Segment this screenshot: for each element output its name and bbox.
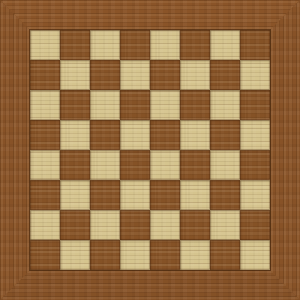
board-grid (30, 30, 270, 270)
square-a2[interactable] (30, 210, 60, 240)
square-e3[interactable] (150, 180, 180, 210)
square-a7[interactable] (30, 60, 60, 90)
chessboard (0, 0, 300, 300)
square-g4[interactable] (210, 150, 240, 180)
square-b2[interactable] (60, 210, 90, 240)
square-h5[interactable] (240, 120, 270, 150)
square-e6[interactable] (150, 90, 180, 120)
square-f8[interactable] (180, 30, 210, 60)
square-h1[interactable] (240, 240, 270, 270)
square-c8[interactable] (90, 30, 120, 60)
square-b8[interactable] (60, 30, 90, 60)
square-g2[interactable] (210, 210, 240, 240)
square-g8[interactable] (210, 30, 240, 60)
square-g7[interactable] (210, 60, 240, 90)
square-f2[interactable] (180, 210, 210, 240)
square-d6[interactable] (120, 90, 150, 120)
square-h3[interactable] (240, 180, 270, 210)
square-e8[interactable] (150, 30, 180, 60)
square-h4[interactable] (240, 150, 270, 180)
board-frame-bottom (0, 270, 300, 300)
square-g5[interactable] (210, 120, 240, 150)
square-e2[interactable] (150, 210, 180, 240)
square-d5[interactable] (120, 120, 150, 150)
square-f3[interactable] (180, 180, 210, 210)
square-h8[interactable] (240, 30, 270, 60)
board-frame-top (0, 0, 300, 30)
square-d2[interactable] (120, 210, 150, 240)
square-c6[interactable] (90, 90, 120, 120)
square-c7[interactable] (90, 60, 120, 90)
square-d1[interactable] (120, 240, 150, 270)
square-a4[interactable] (30, 150, 60, 180)
square-a3[interactable] (30, 180, 60, 210)
square-a5[interactable] (30, 120, 60, 150)
square-g6[interactable] (210, 90, 240, 120)
square-f5[interactable] (180, 120, 210, 150)
square-e4[interactable] (150, 150, 180, 180)
square-b3[interactable] (60, 180, 90, 210)
square-a8[interactable] (30, 30, 60, 60)
square-a6[interactable] (30, 90, 60, 120)
square-a1[interactable] (30, 240, 60, 270)
square-e1[interactable] (150, 240, 180, 270)
square-f4[interactable] (180, 150, 210, 180)
square-c1[interactable] (90, 240, 120, 270)
square-h2[interactable] (240, 210, 270, 240)
square-h6[interactable] (240, 90, 270, 120)
square-b5[interactable] (60, 120, 90, 150)
square-c5[interactable] (90, 120, 120, 150)
square-b7[interactable] (60, 60, 90, 90)
square-b1[interactable] (60, 240, 90, 270)
square-b6[interactable] (60, 90, 90, 120)
board-frame-right (270, 0, 300, 300)
square-f7[interactable] (180, 60, 210, 90)
square-e7[interactable] (150, 60, 180, 90)
square-e5[interactable] (150, 120, 180, 150)
square-d8[interactable] (120, 30, 150, 60)
square-g3[interactable] (210, 180, 240, 210)
square-b4[interactable] (60, 150, 90, 180)
square-g1[interactable] (210, 240, 240, 270)
square-c3[interactable] (90, 180, 120, 210)
square-d3[interactable] (120, 180, 150, 210)
square-d7[interactable] (120, 60, 150, 90)
square-f1[interactable] (180, 240, 210, 270)
board-frame-left (0, 0, 30, 300)
square-c2[interactable] (90, 210, 120, 240)
square-h7[interactable] (240, 60, 270, 90)
square-d4[interactable] (120, 150, 150, 180)
square-c4[interactable] (90, 150, 120, 180)
square-f6[interactable] (180, 90, 210, 120)
